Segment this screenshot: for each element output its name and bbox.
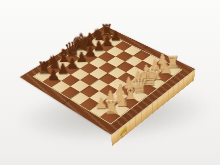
clasp-ring-icon bbox=[121, 129, 126, 139]
brass-clasp bbox=[120, 125, 127, 135]
piece-black-pawn[interactable]: ♟ bbox=[34, 67, 71, 83]
chess-set: ♜♞♝♛♚♝♞♜♟♟♟♟♟♟♟♟♟♟♟♟♟♟♟♟♜♞♝♛♚♝♞♜ bbox=[0, 0, 220, 165]
square-a1[interactable]: ♜ bbox=[100, 110, 120, 124]
piece-white-rook[interactable]: ♜ bbox=[90, 99, 131, 118]
chess-board: ♜♞♝♛♚♝♞♜♟♟♟♟♟♟♟♟♟♟♟♟♟♟♟♟♜♞♝♛♚♝♞♜ bbox=[20, 26, 195, 135]
board-grid: ♜♞♝♛♚♝♞♜♟♟♟♟♟♟♟♟♟♟♟♟♟♟♟♟♜♞♝♛♚♝♞♜ bbox=[33, 32, 183, 125]
scene: ♜♞♝♛♚♝♞♜♟♟♟♟♟♟♟♟♟♟♟♟♟♟♟♟♜♞♝♛♚♝♞♜ bbox=[0, 0, 220, 165]
